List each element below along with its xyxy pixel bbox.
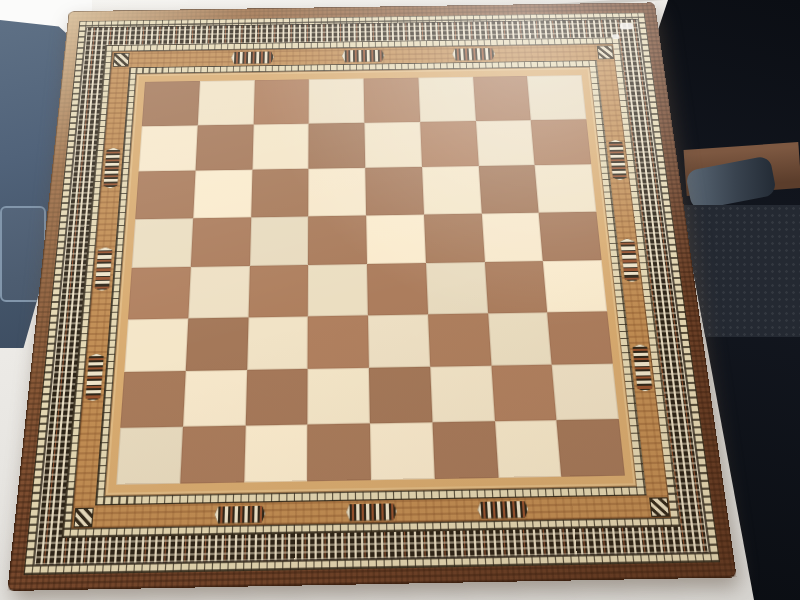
square-f7[interactable] <box>420 121 478 167</box>
square-h2[interactable] <box>552 364 619 420</box>
square-e8[interactable] <box>364 78 420 123</box>
square-c7[interactable] <box>252 123 309 169</box>
square-c4[interactable] <box>248 265 308 317</box>
board-border-chain-middle <box>62 37 682 538</box>
square-b2[interactable] <box>183 370 247 426</box>
square-a5[interactable] <box>132 218 193 268</box>
border-corner-ornament-bottom-right <box>650 498 668 515</box>
square-d4[interactable] <box>308 264 368 316</box>
border-ornament-bottom <box>477 500 528 518</box>
square-c5[interactable] <box>249 216 308 266</box>
square-h5[interactable] <box>539 211 602 261</box>
square-a4[interactable] <box>128 267 191 319</box>
square-b7[interactable] <box>195 124 253 170</box>
square-g8[interactable] <box>473 76 531 121</box>
square-b1[interactable] <box>180 425 245 484</box>
square-a7[interactable] <box>139 125 198 171</box>
border-corner-ornament-top-left <box>113 53 128 65</box>
square-g7[interactable] <box>475 120 534 166</box>
square-d2[interactable] <box>308 368 370 424</box>
square-d1[interactable] <box>307 423 371 481</box>
edge-chip-mark <box>612 34 620 39</box>
square-g2[interactable] <box>491 365 557 421</box>
square-d8[interactable] <box>309 78 365 123</box>
border-ornament-left <box>94 246 113 290</box>
board-grid <box>116 75 625 485</box>
square-b3[interactable] <box>185 317 248 371</box>
border-ornament-right <box>632 344 653 392</box>
chessboard <box>7 2 736 591</box>
square-d5[interactable] <box>308 215 367 265</box>
square-h8[interactable] <box>527 75 586 120</box>
square-a8[interactable] <box>142 81 200 126</box>
square-a3[interactable] <box>124 318 188 372</box>
border-corner-ornament-bottom-left <box>74 508 92 525</box>
board-border-wide-band <box>71 44 671 529</box>
board-outer-edge <box>7 2 736 591</box>
board-border-mosaic-band <box>33 19 709 566</box>
square-e1[interactable] <box>370 422 435 480</box>
border-ornament-right <box>608 140 627 181</box>
square-c2[interactable] <box>245 369 308 425</box>
square-d6[interactable] <box>308 168 366 216</box>
square-g5[interactable] <box>481 212 543 262</box>
square-h4[interactable] <box>543 260 607 312</box>
edge-chip-mark <box>620 23 634 29</box>
square-h3[interactable] <box>547 311 612 365</box>
square-c1[interactable] <box>244 424 308 483</box>
square-b4[interactable] <box>188 266 249 318</box>
border-ornament-top <box>452 48 495 61</box>
board-border-chain-outer <box>24 13 721 576</box>
border-ornament-top <box>231 51 274 64</box>
square-f6[interactable] <box>422 166 482 214</box>
border-corner-ornament-top-right <box>597 46 612 58</box>
square-c8[interactable] <box>253 79 309 124</box>
square-g6[interactable] <box>478 165 539 213</box>
border-ornament-bottom <box>214 505 265 523</box>
border-ornament-top <box>342 49 385 62</box>
square-f2[interactable] <box>430 366 494 422</box>
square-h6[interactable] <box>535 164 597 212</box>
square-e3[interactable] <box>368 314 430 368</box>
square-e5[interactable] <box>366 214 426 264</box>
border-ornament-left <box>103 148 121 189</box>
square-h7[interactable] <box>531 119 591 165</box>
square-f3[interactable] <box>428 313 491 367</box>
square-b8[interactable] <box>198 80 255 125</box>
square-c3[interactable] <box>247 316 308 370</box>
square-a1[interactable] <box>116 426 183 485</box>
square-f4[interactable] <box>426 262 488 314</box>
border-ornament-right <box>620 238 640 282</box>
square-e2[interactable] <box>369 367 432 423</box>
square-g4[interactable] <box>484 261 547 313</box>
board-border-chain-inner <box>95 60 647 505</box>
square-b5[interactable] <box>191 217 251 267</box>
square-e7[interactable] <box>364 121 421 167</box>
border-ornament-left <box>85 353 105 401</box>
square-d7[interactable] <box>309 122 366 168</box>
square-a6[interactable] <box>135 171 195 219</box>
square-g1[interactable] <box>494 420 561 478</box>
square-f8[interactable] <box>418 77 475 122</box>
square-e6[interactable] <box>365 167 423 215</box>
square-f1[interactable] <box>432 421 498 479</box>
scene <box>0 0 800 600</box>
square-c6[interactable] <box>251 169 309 217</box>
square-d3[interactable] <box>308 315 369 369</box>
square-a2[interactable] <box>120 371 185 427</box>
square-g3[interactable] <box>488 312 552 366</box>
board-inner-band <box>104 67 636 496</box>
square-f5[interactable] <box>424 213 485 263</box>
square-b6[interactable] <box>193 170 252 218</box>
square-h1[interactable] <box>557 418 625 476</box>
square-e4[interactable] <box>367 263 428 315</box>
border-ornament-bottom <box>346 503 397 521</box>
